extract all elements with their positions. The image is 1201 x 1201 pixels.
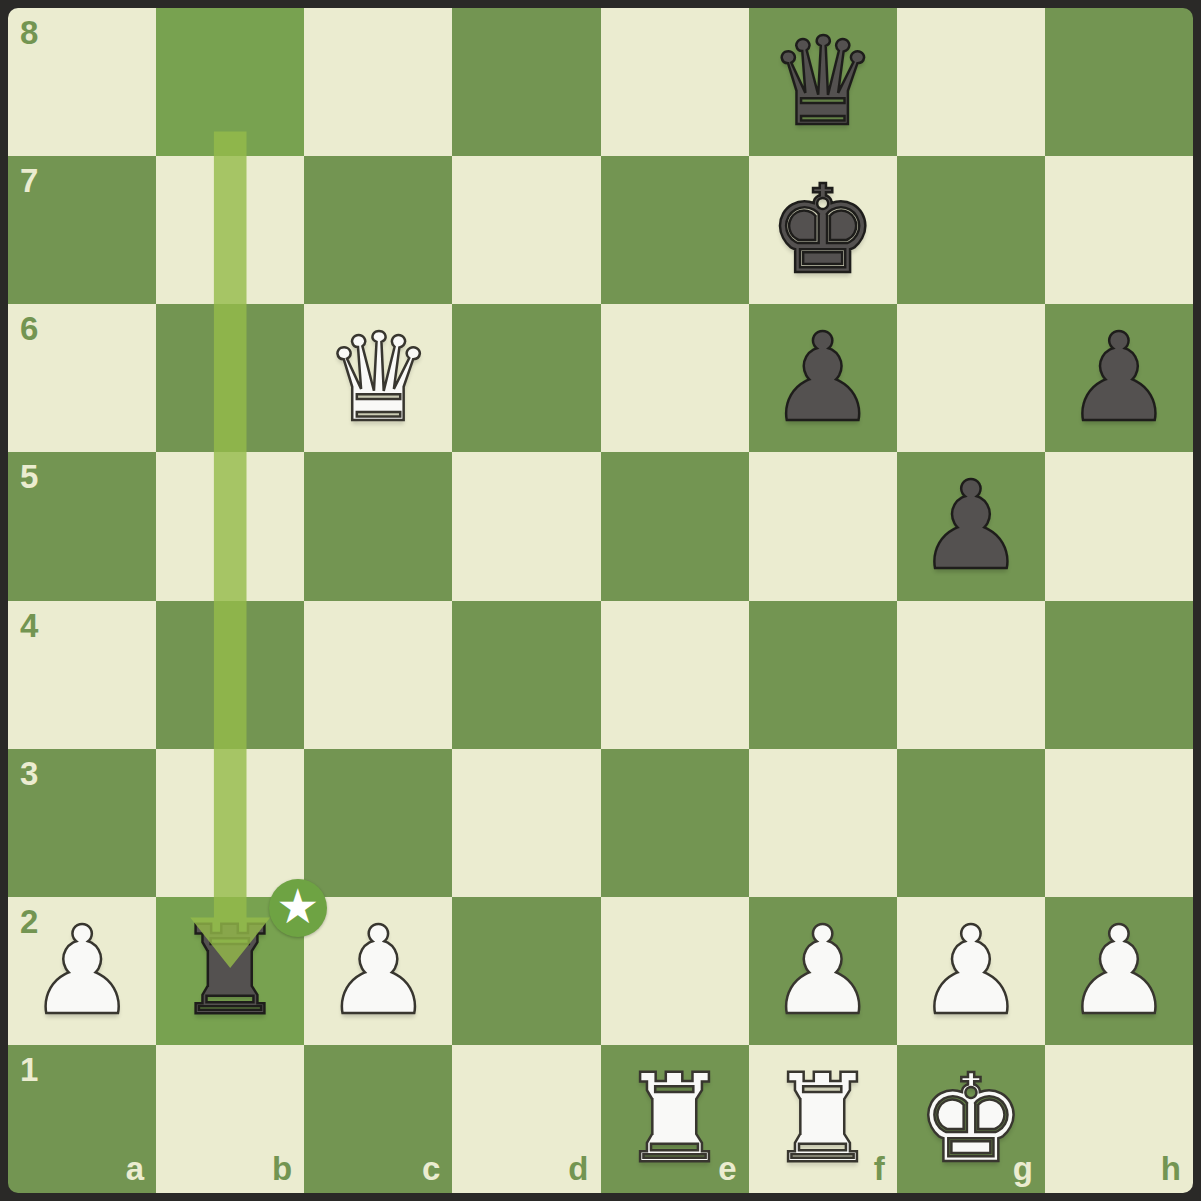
- square-a6[interactable]: 6: [8, 304, 156, 452]
- square-a8[interactable]: 8: [8, 8, 156, 156]
- square-g7[interactable]: [897, 156, 1045, 304]
- square-e2[interactable]: [601, 897, 749, 1045]
- square-b3[interactable]: [156, 749, 304, 897]
- square-e5[interactable]: [601, 452, 749, 600]
- chess-board: 8♛7♚6♛♟♟5♟432♟♜♟♟♟♟1abcde♜f♜g♚h: [8, 8, 1193, 1193]
- square-a5[interactable]: 5: [8, 452, 156, 600]
- white-king[interactable]: ♚: [897, 1045, 1045, 1193]
- square-f5[interactable]: [749, 452, 897, 600]
- white-pawn[interactable]: ♟: [8, 897, 156, 1045]
- square-g6[interactable]: [897, 304, 1045, 452]
- white-rook[interactable]: ♜: [749, 1045, 897, 1193]
- square-b1[interactable]: b: [156, 1045, 304, 1193]
- square-f8[interactable]: ♛: [749, 8, 897, 156]
- white-pawn[interactable]: ♟: [897, 897, 1045, 1045]
- file-label-a: a: [126, 1152, 144, 1185]
- square-b7[interactable]: [156, 156, 304, 304]
- square-g5[interactable]: ♟: [897, 452, 1045, 600]
- rank-label-4: 4: [20, 609, 38, 642]
- square-e3[interactable]: [601, 749, 749, 897]
- square-d8[interactable]: [452, 8, 600, 156]
- square-b2[interactable]: ♜: [156, 897, 304, 1045]
- square-c3[interactable]: [304, 749, 452, 897]
- square-c8[interactable]: [304, 8, 452, 156]
- file-label-h: h: [1161, 1152, 1181, 1185]
- square-a4[interactable]: 4: [8, 601, 156, 749]
- square-h4[interactable]: [1045, 601, 1193, 749]
- square-g1[interactable]: g♚: [897, 1045, 1045, 1193]
- square-g8[interactable]: [897, 8, 1045, 156]
- square-e8[interactable]: [601, 8, 749, 156]
- square-b8[interactable]: [156, 8, 304, 156]
- square-b4[interactable]: [156, 601, 304, 749]
- file-label-c: c: [422, 1152, 440, 1185]
- white-pawn[interactable]: ♟: [749, 897, 897, 1045]
- square-f2[interactable]: ♟: [749, 897, 897, 1045]
- square-a1[interactable]: 1a: [8, 1045, 156, 1193]
- square-c4[interactable]: [304, 601, 452, 749]
- black-queen[interactable]: ♛: [749, 8, 897, 156]
- file-label-b: b: [272, 1152, 292, 1185]
- black-rook[interactable]: ♜: [156, 897, 304, 1045]
- square-f7[interactable]: ♚: [749, 156, 897, 304]
- rank-label-1: 1: [20, 1053, 38, 1086]
- white-pawn[interactable]: ♟: [304, 897, 452, 1045]
- square-a7[interactable]: 7: [8, 156, 156, 304]
- white-queen[interactable]: ♛: [304, 304, 452, 452]
- square-d5[interactable]: [452, 452, 600, 600]
- square-h8[interactable]: [1045, 8, 1193, 156]
- file-label-d: d: [568, 1152, 588, 1185]
- square-a3[interactable]: 3: [8, 749, 156, 897]
- square-h3[interactable]: [1045, 749, 1193, 897]
- square-g4[interactable]: [897, 601, 1045, 749]
- square-e4[interactable]: [601, 601, 749, 749]
- square-c1[interactable]: c: [304, 1045, 452, 1193]
- square-d6[interactable]: [452, 304, 600, 452]
- square-h2[interactable]: ♟: [1045, 897, 1193, 1045]
- square-d2[interactable]: [452, 897, 600, 1045]
- square-c6[interactable]: ♛: [304, 304, 452, 452]
- black-king[interactable]: ♚: [749, 156, 897, 304]
- rank-label-7: 7: [20, 164, 38, 197]
- square-b6[interactable]: [156, 304, 304, 452]
- square-e6[interactable]: [601, 304, 749, 452]
- square-e7[interactable]: [601, 156, 749, 304]
- black-pawn[interactable]: ♟: [1045, 304, 1193, 452]
- board-frame: 8♛7♚6♛♟♟5♟432♟♜♟♟♟♟1abcde♜f♜g♚h ★: [8, 8, 1193, 1193]
- square-c2[interactable]: ♟: [304, 897, 452, 1045]
- square-h1[interactable]: h: [1045, 1045, 1193, 1193]
- square-g3[interactable]: [897, 749, 1045, 897]
- white-rook[interactable]: ♜: [601, 1045, 749, 1193]
- square-e1[interactable]: e♜: [601, 1045, 749, 1193]
- square-f6[interactable]: ♟: [749, 304, 897, 452]
- rank-label-3: 3: [20, 757, 38, 790]
- square-h5[interactable]: [1045, 452, 1193, 600]
- white-pawn[interactable]: ♟: [1045, 897, 1193, 1045]
- square-a2[interactable]: 2♟: [8, 897, 156, 1045]
- square-f4[interactable]: [749, 601, 897, 749]
- black-pawn[interactable]: ♟: [897, 452, 1045, 600]
- black-pawn[interactable]: ♟: [749, 304, 897, 452]
- square-c7[interactable]: [304, 156, 452, 304]
- square-g2[interactable]: ♟: [897, 897, 1045, 1045]
- square-h6[interactable]: ♟: [1045, 304, 1193, 452]
- rank-label-6: 6: [20, 312, 38, 345]
- rank-label-5: 5: [20, 460, 38, 493]
- square-f3[interactable]: [749, 749, 897, 897]
- square-b5[interactable]: [156, 452, 304, 600]
- square-d4[interactable]: [452, 601, 600, 749]
- square-d1[interactable]: d: [452, 1045, 600, 1193]
- square-d7[interactable]: [452, 156, 600, 304]
- square-f1[interactable]: f♜: [749, 1045, 897, 1193]
- square-h7[interactable]: [1045, 156, 1193, 304]
- rank-label-8: 8: [20, 16, 38, 49]
- square-c5[interactable]: [304, 452, 452, 600]
- square-d3[interactable]: [452, 749, 600, 897]
